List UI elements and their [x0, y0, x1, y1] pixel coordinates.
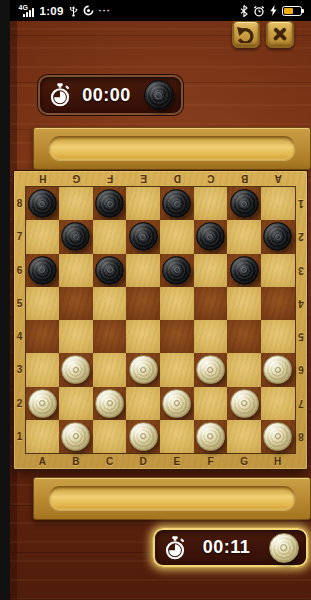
file-label: A — [261, 171, 295, 187]
square-b8 — [59, 187, 93, 220]
battery-fill — [284, 8, 294, 14]
square-f1[interactable] — [194, 420, 228, 453]
file-labels-bottom: ABCDEFGH — [26, 453, 295, 469]
square-e6[interactable] — [160, 254, 194, 287]
undo-button[interactable] — [232, 20, 260, 48]
yellow-man[interactable] — [263, 422, 292, 451]
square-g5 — [227, 287, 261, 320]
data-saver-icon — [83, 5, 94, 16]
square-e1 — [160, 420, 194, 453]
file-labels-top: ABCDEFGH — [26, 171, 295, 187]
black-man[interactable] — [230, 189, 259, 218]
square-c6[interactable] — [93, 254, 127, 287]
black-man[interactable] — [196, 222, 225, 251]
black-man[interactable] — [28, 189, 57, 218]
square-b6 — [59, 254, 93, 287]
file-label: D — [126, 453, 160, 469]
rank-label: 1 — [14, 420, 26, 453]
square-g8[interactable] — [227, 187, 261, 220]
overflow-dots-icon: ··· — [99, 6, 111, 16]
yellow-timer-value: 00:11 — [191, 537, 263, 558]
square-f7[interactable] — [194, 220, 228, 253]
rank-label: 3 — [295, 254, 307, 287]
square-d4 — [126, 320, 160, 353]
square-b1[interactable] — [59, 420, 93, 453]
square-f8 — [194, 187, 228, 220]
file-label: G — [227, 453, 261, 469]
square-e8[interactable] — [160, 187, 194, 220]
rank-labels-right: 87654321 — [295, 187, 307, 453]
charging-bolt-icon — [270, 5, 277, 16]
square-h1[interactable] — [261, 420, 295, 453]
square-d1[interactable] — [126, 420, 160, 453]
square-b3[interactable] — [59, 353, 93, 386]
black-man[interactable] — [129, 222, 158, 251]
square-e3 — [160, 353, 194, 386]
file-label: E — [160, 453, 194, 469]
black-man[interactable] — [230, 256, 259, 285]
tray-groove — [49, 486, 295, 510]
signal-bars-icon — [23, 8, 34, 17]
stopwatch-icon — [165, 536, 185, 560]
square-a4[interactable] — [26, 320, 60, 353]
yellow-man[interactable] — [28, 389, 57, 418]
yellow-man[interactable] — [196, 355, 225, 384]
file-label: A — [26, 453, 60, 469]
rank-label: 7 — [295, 387, 307, 420]
file-label: H — [261, 453, 295, 469]
square-d6 — [126, 254, 160, 287]
square-b4 — [59, 320, 93, 353]
square-h4 — [261, 320, 295, 353]
square-d8 — [126, 187, 160, 220]
square-c1 — [93, 420, 127, 453]
square-g2[interactable] — [227, 387, 261, 420]
usb-icon — [69, 5, 78, 17]
battery-icon — [282, 6, 302, 16]
rank-label: 2 — [295, 220, 307, 253]
black-timer-panel: 00:00 — [38, 75, 183, 115]
file-label: B — [59, 453, 93, 469]
yellow-man[interactable] — [162, 389, 191, 418]
yellow-player-piece — [269, 533, 299, 563]
black-man[interactable] — [95, 189, 124, 218]
yellow-man[interactable] — [95, 389, 124, 418]
black-timer-value: 00:00 — [76, 85, 138, 106]
square-h3[interactable] — [261, 353, 295, 386]
square-g3 — [227, 353, 261, 386]
rank-label: 7 — [14, 220, 26, 253]
file-label: H — [26, 171, 60, 187]
square-b5[interactable] — [59, 287, 93, 320]
file-label: F — [194, 453, 228, 469]
square-h2 — [261, 387, 295, 420]
rank-label: 2 — [14, 387, 26, 420]
checkers-app-screen: 4G 1:09 ··· 00:0 — [10, 0, 311, 600]
undo-arrow-icon — [236, 26, 255, 43]
yellow-man[interactable] — [61, 355, 90, 384]
square-a6[interactable] — [26, 254, 60, 287]
rank-label: 8 — [14, 187, 26, 220]
rank-label: 4 — [295, 287, 307, 320]
file-label: G — [59, 171, 93, 187]
yellow-man[interactable] — [129, 355, 158, 384]
file-label: C — [93, 453, 127, 469]
board-grid — [26, 187, 295, 453]
file-label: F — [93, 171, 127, 187]
square-d5[interactable] — [126, 287, 160, 320]
black-man[interactable] — [263, 222, 292, 251]
square-g7 — [227, 220, 261, 253]
square-f5[interactable] — [194, 287, 228, 320]
square-h8 — [261, 187, 295, 220]
black-man[interactable] — [61, 222, 90, 251]
file-label: C — [194, 171, 228, 187]
square-g4[interactable] — [227, 320, 261, 353]
square-d2 — [126, 387, 160, 420]
square-b7[interactable] — [59, 220, 93, 253]
square-e7 — [160, 220, 194, 253]
close-button[interactable] — [266, 20, 294, 48]
tray-groove — [49, 136, 295, 160]
square-a1 — [26, 420, 60, 453]
square-a8[interactable] — [26, 187, 60, 220]
rank-label: 8 — [295, 420, 307, 453]
square-h7[interactable] — [261, 220, 295, 253]
checkers-board: ABCDEFGH ABCDEFGH 87654321 87654321 — [13, 170, 308, 470]
rank-label: 1 — [295, 187, 307, 220]
stopwatch-icon — [50, 83, 70, 107]
square-d7[interactable] — [126, 220, 160, 253]
black-man[interactable] — [95, 256, 124, 285]
black-man[interactable] — [162, 256, 191, 285]
square-a3 — [26, 353, 60, 386]
square-d3[interactable] — [126, 353, 160, 386]
captured-tray-bottom — [33, 477, 311, 520]
black-man[interactable] — [162, 189, 191, 218]
rank-label: 5 — [14, 287, 26, 320]
square-e5 — [160, 287, 194, 320]
rank-label: 6 — [295, 353, 307, 386]
rank-label: 5 — [295, 320, 307, 353]
square-h6 — [261, 254, 295, 287]
rank-label: 6 — [14, 254, 26, 287]
yellow-man[interactable] — [263, 355, 292, 384]
square-g6[interactable] — [227, 254, 261, 287]
yellow-timer-panel: 00:11 — [153, 528, 308, 567]
square-c3 — [93, 353, 127, 386]
black-man[interactable] — [28, 256, 57, 285]
square-f6 — [194, 254, 228, 287]
yellow-man[interactable] — [196, 422, 225, 451]
yellow-man[interactable] — [129, 422, 158, 451]
alarm-clock-icon — [253, 5, 265, 17]
square-a2[interactable] — [26, 387, 60, 420]
square-c8[interactable] — [93, 187, 127, 220]
rank-label: 4 — [14, 320, 26, 353]
square-h5[interactable] — [261, 287, 295, 320]
captured-tray-top — [33, 127, 311, 170]
square-c4[interactable] — [93, 320, 127, 353]
square-f3[interactable] — [194, 353, 228, 386]
yellow-man[interactable] — [61, 422, 90, 451]
square-c2[interactable] — [93, 387, 127, 420]
square-a5 — [26, 287, 60, 320]
square-a7 — [26, 220, 60, 253]
signal-strength-icon: 4G — [19, 4, 35, 18]
square-c5 — [93, 287, 127, 320]
close-x-icon — [271, 25, 289, 43]
square-f2 — [194, 387, 228, 420]
status-bar: 4G 1:09 ··· — [10, 0, 311, 21]
square-f4 — [194, 320, 228, 353]
yellow-man[interactable] — [230, 389, 259, 418]
bluetooth-icon — [240, 5, 248, 17]
file-label: E — [126, 171, 160, 187]
file-label: D — [160, 171, 194, 187]
rank-labels-left: 87654321 — [14, 187, 26, 453]
black-player-piece — [144, 80, 174, 110]
square-g1 — [227, 420, 261, 453]
rank-label: 3 — [14, 353, 26, 386]
square-e4[interactable] — [160, 320, 194, 353]
square-c7 — [93, 220, 127, 253]
square-e2[interactable] — [160, 387, 194, 420]
file-label: B — [227, 171, 261, 187]
square-b2 — [59, 387, 93, 420]
clock-label: 1:09 — [40, 5, 64, 17]
